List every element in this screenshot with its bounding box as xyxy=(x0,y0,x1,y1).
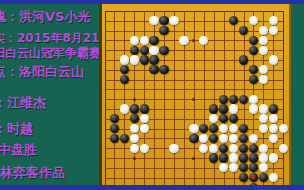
black-stone xyxy=(159,16,168,25)
white-stone xyxy=(229,124,238,133)
white-stone xyxy=(259,124,268,133)
black-stone xyxy=(239,173,248,182)
white-stone xyxy=(149,16,158,25)
black-stone xyxy=(239,163,248,172)
black-stone xyxy=(199,124,208,133)
white-stone xyxy=(189,124,198,133)
black-stone xyxy=(249,65,258,74)
white-stone xyxy=(259,26,268,35)
white-stone xyxy=(259,104,268,113)
black-stone xyxy=(239,124,248,133)
black-stone xyxy=(249,46,258,55)
black-stone xyxy=(149,55,158,64)
white-stone xyxy=(229,144,238,153)
white-player-line: ：时越 xyxy=(0,122,33,135)
white-stone xyxy=(259,153,268,162)
white-stone xyxy=(140,36,149,45)
video-frame: 魂：洪河VS小光 实：2015年8月21日 阳白云山冠军争霸赛 点：洛阳白云山 … xyxy=(0,0,304,190)
white-stone xyxy=(149,46,158,55)
black-stone xyxy=(140,46,149,55)
black-stone xyxy=(189,134,198,143)
black-stone xyxy=(239,134,248,143)
black-stone xyxy=(159,65,168,74)
star-point xyxy=(192,157,195,160)
black-stone xyxy=(219,104,228,113)
white-stone xyxy=(269,55,278,64)
black-stone xyxy=(239,55,248,64)
black-stone xyxy=(219,153,228,162)
white-stone xyxy=(120,104,129,113)
white-stone xyxy=(229,163,238,172)
white-stone xyxy=(269,153,278,162)
black-stone xyxy=(229,95,238,104)
black-stone xyxy=(219,144,228,153)
white-stone xyxy=(209,114,218,123)
white-stone xyxy=(130,55,139,64)
white-stone xyxy=(269,173,278,182)
black-stone xyxy=(110,124,119,133)
caption-panel: 魂：洪河VS小光 实：2015年8月21日 阳白云山冠军争霸赛 点：洛阳白云山 … xyxy=(0,0,99,190)
white-stone xyxy=(259,36,268,45)
star-point xyxy=(133,98,136,101)
black-stone xyxy=(229,16,238,25)
white-stone xyxy=(269,134,278,143)
white-stone xyxy=(269,114,278,123)
black-stone xyxy=(149,36,158,45)
black-stone xyxy=(110,134,119,143)
white-stone xyxy=(269,16,278,25)
white-stone xyxy=(140,144,149,153)
black-stone xyxy=(130,46,139,55)
black-stone xyxy=(229,114,238,123)
black-stone xyxy=(140,55,149,64)
white-stone xyxy=(130,134,139,143)
black-stone xyxy=(209,124,218,133)
white-stone xyxy=(130,36,139,45)
white-stone xyxy=(199,134,208,143)
black-stone xyxy=(249,163,258,172)
bottom-blue-strip xyxy=(0,185,304,190)
white-stone xyxy=(259,114,268,123)
venue-line: 点：洛阳白云山 xyxy=(0,65,84,78)
black-stone xyxy=(249,144,258,153)
black-stone xyxy=(249,153,258,162)
black-stone xyxy=(209,134,218,143)
black-player-line: ：江维杰 xyxy=(0,96,46,109)
white-stone xyxy=(269,26,278,35)
black-stone xyxy=(249,75,258,84)
black-stone xyxy=(110,114,119,123)
black-stone xyxy=(239,26,248,35)
star-point xyxy=(192,39,195,42)
white-stone xyxy=(140,114,149,123)
white-stone xyxy=(179,36,188,45)
white-stone xyxy=(209,144,218,153)
white-stone xyxy=(249,16,258,25)
black-stone xyxy=(239,153,248,162)
result-line: 中盘胜 xyxy=(0,143,37,156)
black-stone xyxy=(269,104,278,113)
white-stone xyxy=(199,144,208,153)
match-title-line: 魂：洪河VS小光 xyxy=(0,10,90,23)
black-stone xyxy=(159,46,168,55)
black-stone xyxy=(249,173,258,182)
top-blue-strip xyxy=(0,0,304,4)
black-stone xyxy=(120,75,129,84)
credit-line: 林弈客作品 xyxy=(0,166,65,179)
last-move-marker xyxy=(252,176,256,180)
white-stone xyxy=(249,95,258,104)
white-stone xyxy=(259,163,268,172)
black-stone xyxy=(209,153,218,162)
black-stone xyxy=(239,95,248,104)
event-date-line: 实：2015年8月21日 xyxy=(0,32,99,44)
white-stone xyxy=(169,144,178,153)
black-stone xyxy=(219,114,228,123)
black-stone xyxy=(140,104,149,113)
black-stone xyxy=(159,26,168,35)
black-stone xyxy=(239,144,248,153)
white-stone xyxy=(199,36,208,45)
black-stone xyxy=(209,104,218,113)
white-stone xyxy=(249,134,258,143)
white-stone xyxy=(140,124,149,133)
black-stone xyxy=(120,134,129,143)
white-stone xyxy=(130,124,139,133)
white-stone xyxy=(259,46,268,55)
white-stone xyxy=(249,104,258,113)
white-stone xyxy=(219,134,228,143)
black-stone xyxy=(120,65,129,74)
black-stone xyxy=(259,173,268,182)
white-stone xyxy=(229,153,238,162)
white-stone xyxy=(279,124,288,133)
white-stone xyxy=(130,144,139,153)
black-stone xyxy=(219,95,228,104)
white-stone xyxy=(269,124,278,133)
event-name-line: 阳白云山冠军争霸赛 xyxy=(0,47,99,59)
grid-line-vertical xyxy=(283,11,284,187)
white-stone xyxy=(259,65,268,74)
white-stone xyxy=(229,104,238,113)
star-point xyxy=(133,157,136,160)
white-stone xyxy=(219,124,228,133)
black-stone xyxy=(249,36,258,45)
white-stone xyxy=(229,134,238,143)
board-left-edge xyxy=(99,3,102,190)
white-stone xyxy=(219,163,228,172)
star-point xyxy=(192,98,195,101)
white-stone xyxy=(169,16,178,25)
white-stone xyxy=(279,144,288,153)
black-stone xyxy=(130,104,139,113)
black-stone xyxy=(130,114,139,123)
white-stone xyxy=(259,75,268,84)
white-stone xyxy=(259,144,268,153)
go-board xyxy=(99,3,291,190)
black-stone xyxy=(149,65,158,74)
white-stone xyxy=(120,55,129,64)
